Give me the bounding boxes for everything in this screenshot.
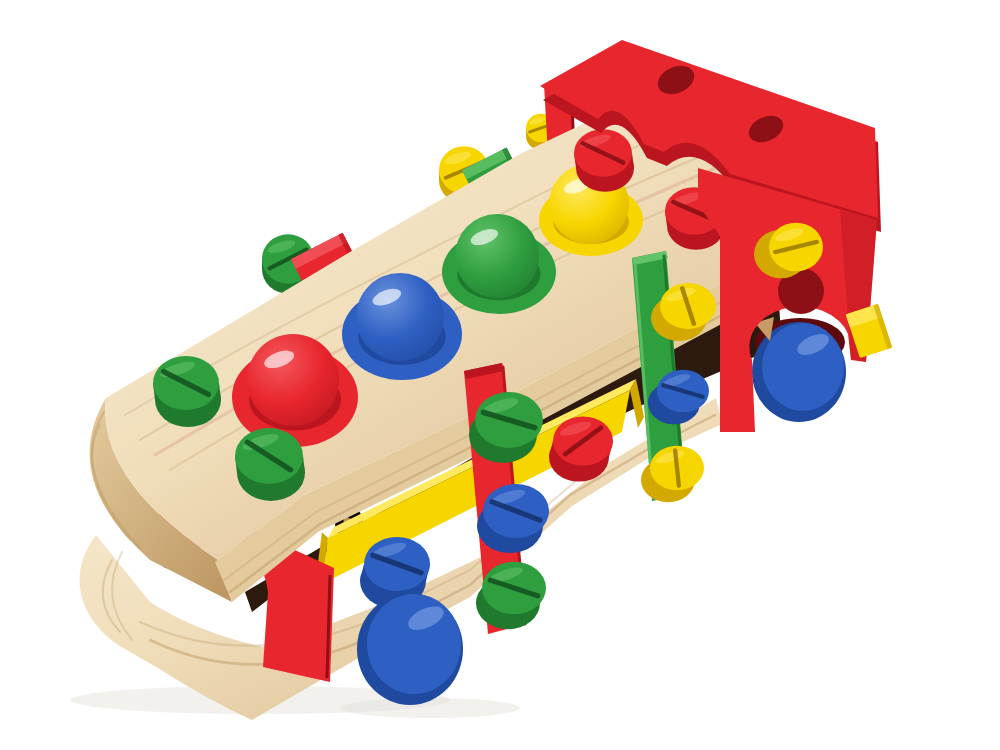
toy-truck-photo <box>0 0 1000 750</box>
rear-right-wheel <box>752 322 846 422</box>
front-left-wheel <box>357 593 463 705</box>
front-wheel-layer <box>357 593 463 705</box>
rear-wheel-layer <box>752 322 846 422</box>
plank-screw-red-1 <box>574 129 634 192</box>
plank-screw-green-1 <box>153 356 221 427</box>
toy-truck-scene <box>0 0 1000 750</box>
green-bar-screws <box>641 283 716 502</box>
ground-shadow-2 <box>340 698 520 718</box>
plank-screw-green-2 <box>235 428 305 501</box>
